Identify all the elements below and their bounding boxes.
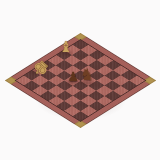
chessboard-photo: ♝ ♚ ♟ ♞	[0, 0, 160, 160]
